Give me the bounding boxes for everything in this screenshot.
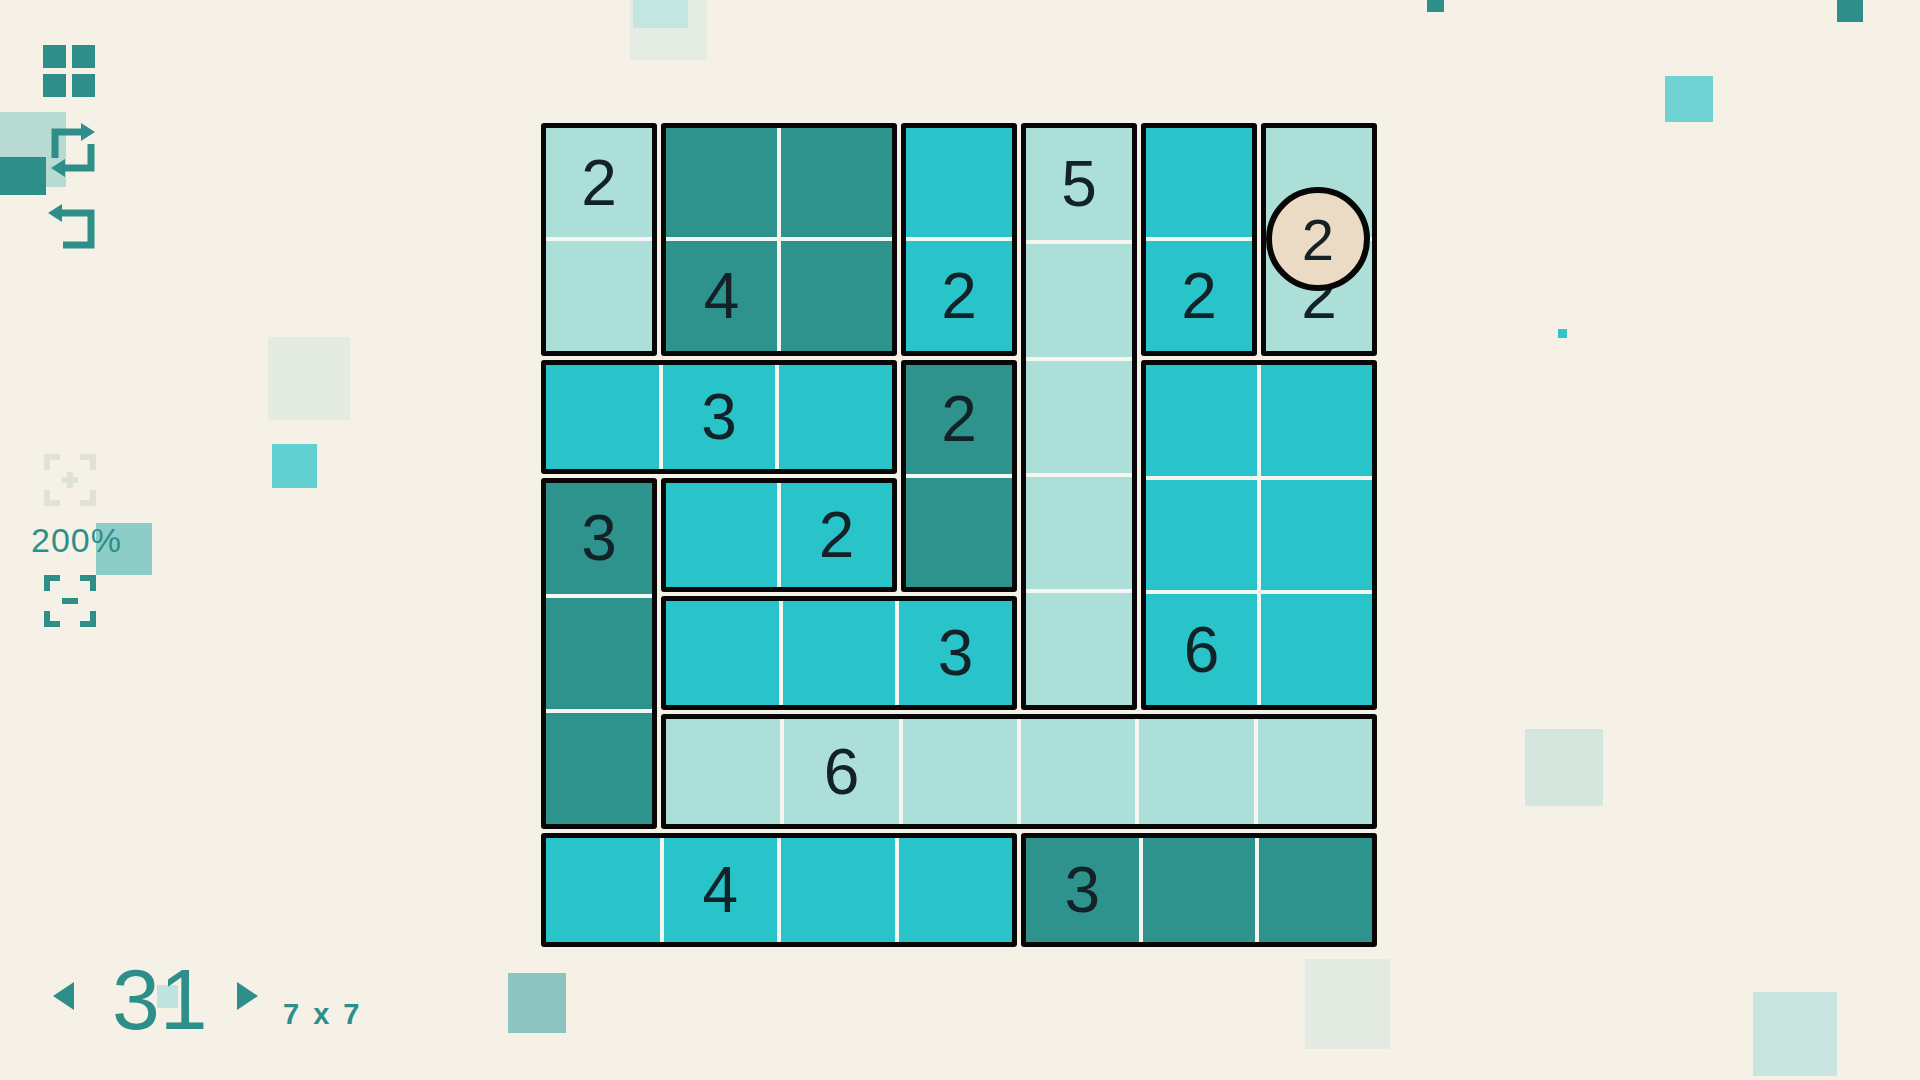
zoom-in-button[interactable]: [43, 453, 97, 507]
cell-r5c4[interactable]: 3: [899, 601, 1012, 705]
decor-square: [0, 157, 46, 195]
cell-r1c2[interactable]: [666, 128, 777, 237]
cell-r6c3[interactable]: 6: [784, 719, 898, 823]
menu-grid-icon: [43, 45, 66, 68]
zoom-out-button[interactable]: [43, 574, 97, 628]
decor-square: [1427, 0, 1444, 12]
cell-r6c6[interactable]: [1139, 719, 1253, 823]
region-D[interactable]: 5: [1021, 123, 1137, 710]
decor-square: [272, 444, 317, 488]
cell-r6c4[interactable]: [903, 719, 1017, 823]
cell-r5c7[interactable]: [1261, 594, 1372, 705]
zoom-level-label: 200%: [31, 521, 122, 560]
cell-r6c1[interactable]: [546, 713, 652, 824]
clue-number: 4: [702, 858, 738, 922]
cell-r1c1[interactable]: 2: [546, 128, 652, 237]
cell-r4c1[interactable]: 3: [546, 483, 652, 594]
cell-r5c1[interactable]: [546, 598, 652, 709]
undo-button[interactable]: [45, 201, 101, 255]
region-O[interactable]: 3: [1021, 833, 1377, 947]
region-C[interactable]: 2: [901, 123, 1017, 356]
clue-number: 6: [824, 740, 860, 804]
region-E[interactable]: 2: [1141, 123, 1257, 356]
cell-r4c2[interactable]: [666, 483, 777, 587]
cell-r4c6[interactable]: [1146, 480, 1257, 591]
region-J[interactable]: 3: [541, 478, 657, 829]
clue-number: 4: [704, 264, 740, 328]
cell-r6c2[interactable]: [666, 719, 780, 823]
menu-grid-icon: [72, 45, 95, 68]
decor-square: [1837, 0, 1863, 22]
cell-r1c5[interactable]: 5: [1026, 128, 1132, 240]
cell-r1c6[interactable]: [1146, 128, 1252, 237]
cell-r7c4[interactable]: [899, 838, 1013, 942]
clue-number: 3: [581, 506, 617, 570]
clue-number: 2: [941, 387, 977, 451]
decor-square: [1665, 76, 1713, 122]
decor-square: [633, 0, 688, 28]
cell-r5c3[interactable]: [783, 601, 896, 705]
cell-r6c7[interactable]: [1258, 719, 1372, 823]
clue-number: 3: [938, 621, 974, 685]
cell-r5c6[interactable]: 6: [1146, 594, 1257, 705]
cell-r4c4[interactable]: [906, 478, 1012, 587]
menu-grid-button[interactable]: [43, 45, 95, 97]
clue-number: 6: [1184, 618, 1220, 682]
puzzle-board[interactable]: 242522326323643: [539, 121, 1379, 949]
region-B[interactable]: 4: [661, 123, 897, 356]
level-number: 31: [112, 950, 208, 1049]
cell-r2c4[interactable]: 2: [906, 241, 1012, 350]
next-level-button[interactable]: [237, 982, 258, 1010]
cell-r7c6[interactable]: [1143, 838, 1256, 942]
clue-number: 3: [1065, 858, 1101, 922]
cell-r3c1[interactable]: [546, 365, 659, 469]
cell-r2c3[interactable]: [781, 241, 892, 350]
cell-r3c4[interactable]: 2: [906, 365, 1012, 474]
cell-r5c2[interactable]: [666, 601, 779, 705]
clue-number: 2: [941, 264, 977, 328]
cell-r4c3[interactable]: 2: [781, 483, 892, 587]
cell-r3c3[interactable]: [779, 365, 892, 469]
cell-r6c5[interactable]: [1021, 719, 1135, 823]
cell-r3c7[interactable]: [1261, 365, 1372, 476]
clue-number: 2: [581, 151, 617, 215]
decor-square: [1753, 992, 1837, 1076]
cell-r2c1[interactable]: [546, 241, 652, 350]
cell-r7c5[interactable]: 3: [1026, 838, 1139, 942]
region-N[interactable]: 4: [541, 833, 1017, 947]
number-token-value: 2: [1302, 206, 1334, 273]
cell-r3c2[interactable]: 3: [663, 365, 776, 469]
decor-square: [1305, 959, 1390, 1049]
cell-r1c3[interactable]: [781, 128, 892, 237]
prev-level-button[interactable]: [53, 982, 74, 1010]
menu-grid-icon: [72, 74, 95, 97]
cell-r7c3[interactable]: [781, 838, 895, 942]
region-I[interactable]: 6: [1141, 360, 1377, 711]
restart-button[interactable]: [43, 118, 101, 182]
cell-r7c2[interactable]: 4: [664, 838, 778, 942]
region-H[interactable]: 2: [901, 360, 1017, 593]
decor-square: [1525, 729, 1603, 806]
clue-number: 2: [1181, 264, 1217, 328]
cell-r3c5[interactable]: [1026, 361, 1132, 473]
undo-icon: [45, 201, 101, 255]
region-M[interactable]: 6: [661, 714, 1377, 828]
cell-r4c7[interactable]: [1261, 480, 1372, 591]
cell-r1c4[interactable]: [906, 128, 1012, 237]
decor-square: [1558, 329, 1567, 338]
clue-number: 3: [701, 385, 737, 449]
cell-r3c6[interactable]: [1146, 365, 1257, 476]
clue-number: 5: [1061, 152, 1097, 216]
decor-square: [268, 337, 350, 420]
number-token[interactable]: 2: [1266, 187, 1370, 291]
region-G[interactable]: 3: [541, 360, 897, 474]
restart-icon: [43, 118, 101, 182]
cell-r2c6[interactable]: 2: [1146, 241, 1252, 350]
zoom-out-icon: [43, 574, 97, 628]
cell-r7c7[interactable]: [1259, 838, 1372, 942]
board-size-label: 7 x 7: [283, 998, 363, 1031]
zoom-in-icon: [43, 453, 97, 507]
cell-r7c1[interactable]: [546, 838, 660, 942]
clue-number: 2: [819, 503, 855, 567]
region-L[interactable]: 3: [661, 596, 1017, 710]
cell-r2c5[interactable]: [1026, 244, 1132, 356]
region-A[interactable]: 2: [541, 123, 657, 356]
cell-r4c5[interactable]: [1026, 477, 1132, 589]
cell-r2c2[interactable]: 4: [666, 241, 777, 350]
menu-grid-icon: [43, 74, 66, 97]
region-K[interactable]: 2: [661, 478, 897, 592]
decor-square: [508, 973, 566, 1033]
cell-r5c5[interactable]: [1026, 593, 1132, 705]
